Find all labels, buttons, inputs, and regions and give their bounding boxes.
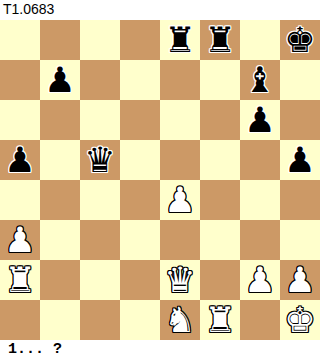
square-e3[interactable] <box>160 220 200 260</box>
square-c2[interactable] <box>80 260 120 300</box>
square-h4[interactable] <box>280 180 320 220</box>
square-f5[interactable] <box>200 140 240 180</box>
square-a2[interactable]: ♜ <box>0 260 40 300</box>
square-h2[interactable]: ♟ <box>280 260 320 300</box>
square-g3[interactable] <box>240 220 280 260</box>
square-e6[interactable] <box>160 100 200 140</box>
square-a8[interactable] <box>0 20 40 60</box>
square-f6[interactable] <box>200 100 240 140</box>
piece-black-pawn[interactable]: ♟ <box>240 100 280 140</box>
square-a3[interactable]: ♟ <box>0 220 40 260</box>
square-f7[interactable] <box>200 60 240 100</box>
square-f8[interactable]: ♜ <box>200 20 240 60</box>
square-g1[interactable] <box>240 300 280 340</box>
square-g2[interactable]: ♟ <box>240 260 280 300</box>
piece-black-pawn[interactable]: ♟ <box>280 140 320 180</box>
square-f3[interactable] <box>200 220 240 260</box>
square-g6[interactable]: ♟ <box>240 100 280 140</box>
piece-white-queen[interactable]: ♛ <box>160 260 200 300</box>
square-f2[interactable] <box>200 260 240 300</box>
square-b1[interactable] <box>40 300 80 340</box>
square-h1[interactable]: ♚ <box>280 300 320 340</box>
square-h8[interactable]: ♚ <box>280 20 320 60</box>
piece-white-pawn[interactable]: ♟ <box>280 260 320 300</box>
square-a4[interactable] <box>0 180 40 220</box>
square-e4[interactable]: ♟ <box>160 180 200 220</box>
piece-white-pawn[interactable]: ♟ <box>160 180 200 220</box>
square-d1[interactable] <box>120 300 160 340</box>
square-f4[interactable] <box>200 180 240 220</box>
square-b7[interactable]: ♟ <box>40 60 80 100</box>
square-h6[interactable] <box>280 100 320 140</box>
square-a6[interactable] <box>0 100 40 140</box>
piece-white-king[interactable]: ♚ <box>280 300 320 340</box>
piece-black-rook[interactable]: ♜ <box>160 20 200 60</box>
move-prompt: 1... ? <box>0 340 320 360</box>
square-b8[interactable] <box>40 20 80 60</box>
square-c8[interactable] <box>80 20 120 60</box>
square-b5[interactable] <box>40 140 80 180</box>
piece-white-pawn[interactable]: ♟ <box>240 260 280 300</box>
piece-white-rook[interactable]: ♜ <box>0 260 40 300</box>
square-d7[interactable] <box>120 60 160 100</box>
square-c5[interactable]: ♛ <box>80 140 120 180</box>
piece-black-pawn[interactable]: ♟ <box>40 60 80 100</box>
piece-white-knight[interactable]: ♞ <box>160 300 200 340</box>
square-d5[interactable] <box>120 140 160 180</box>
square-a7[interactable] <box>0 60 40 100</box>
square-e1[interactable]: ♞ <box>160 300 200 340</box>
chess-board: ♜♜♚♟♝♟♟♛♟♟♟♜♛♟♟♞♜♚ <box>0 20 320 340</box>
piece-black-queen[interactable]: ♛ <box>80 140 120 180</box>
square-c4[interactable] <box>80 180 120 220</box>
chess-puzzle-window: T1.0683 ♜♜♚♟♝♟♟♛♟♟♟♜♛♟♟♞♜♚ 1... ? <box>0 0 320 360</box>
square-d4[interactable] <box>120 180 160 220</box>
square-e5[interactable] <box>160 140 200 180</box>
square-d6[interactable] <box>120 100 160 140</box>
square-h5[interactable]: ♟ <box>280 140 320 180</box>
square-b4[interactable] <box>40 180 80 220</box>
square-f1[interactable]: ♜ <box>200 300 240 340</box>
square-c1[interactable] <box>80 300 120 340</box>
piece-white-rook[interactable]: ♜ <box>200 300 240 340</box>
square-g7[interactable]: ♝ <box>240 60 280 100</box>
piece-black-king[interactable]: ♚ <box>280 20 320 60</box>
square-e8[interactable]: ♜ <box>160 20 200 60</box>
square-b2[interactable] <box>40 260 80 300</box>
square-c3[interactable] <box>80 220 120 260</box>
square-d3[interactable] <box>120 220 160 260</box>
puzzle-title: T1.0683 <box>0 0 320 20</box>
square-g5[interactable] <box>240 140 280 180</box>
piece-white-pawn[interactable]: ♟ <box>0 220 40 260</box>
square-c6[interactable] <box>80 100 120 140</box>
square-e7[interactable] <box>160 60 200 100</box>
square-c7[interactable] <box>80 60 120 100</box>
square-h7[interactable] <box>280 60 320 100</box>
square-a5[interactable]: ♟ <box>0 140 40 180</box>
square-g8[interactable] <box>240 20 280 60</box>
piece-black-pawn[interactable]: ♟ <box>0 140 40 180</box>
square-d8[interactable] <box>120 20 160 60</box>
piece-black-bishop[interactable]: ♝ <box>240 60 280 100</box>
square-g4[interactable] <box>240 180 280 220</box>
piece-black-rook[interactable]: ♜ <box>200 20 240 60</box>
square-b3[interactable] <box>40 220 80 260</box>
square-d2[interactable] <box>120 260 160 300</box>
square-b6[interactable] <box>40 100 80 140</box>
square-a1[interactable] <box>0 300 40 340</box>
square-e2[interactable]: ♛ <box>160 260 200 300</box>
square-h3[interactable] <box>280 220 320 260</box>
